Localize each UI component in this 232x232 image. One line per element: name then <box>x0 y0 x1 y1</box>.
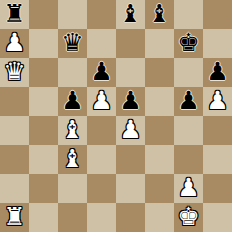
square-f3[interactable] <box>145 145 174 174</box>
square-d8[interactable] <box>87 0 116 29</box>
square-c1[interactable] <box>58 203 87 232</box>
square-g8[interactable] <box>174 0 203 29</box>
square-b3[interactable] <box>29 145 58 174</box>
square-e5[interactable]: ♟ <box>116 87 145 116</box>
square-b8[interactable] <box>29 0 58 29</box>
square-h1[interactable] <box>203 203 232 232</box>
piece-white-bishop[interactable]: ♝ <box>61 144 83 173</box>
piece-black-bishop[interactable]: ♝ <box>119 0 141 28</box>
square-g4[interactable] <box>174 116 203 145</box>
square-f6[interactable] <box>145 58 174 87</box>
square-g6[interactable] <box>174 58 203 87</box>
piece-black-bishop[interactable]: ♝ <box>148 0 170 28</box>
square-d6[interactable]: ♟ <box>87 58 116 87</box>
square-e6[interactable] <box>116 58 145 87</box>
square-e2[interactable] <box>116 174 145 203</box>
square-c5[interactable]: ♟ <box>58 87 87 116</box>
square-b6[interactable] <box>29 58 58 87</box>
square-e8[interactable]: ♝ <box>116 0 145 29</box>
square-g1[interactable]: ♚ <box>174 203 203 232</box>
square-d4[interactable] <box>87 116 116 145</box>
square-a4[interactable] <box>0 116 29 145</box>
square-g2[interactable]: ♟ <box>174 174 203 203</box>
square-e1[interactable] <box>116 203 145 232</box>
square-a8[interactable]: ♜ <box>0 0 29 29</box>
square-b7[interactable] <box>29 29 58 58</box>
square-c7[interactable]: ♛ <box>58 29 87 58</box>
square-f5[interactable] <box>145 87 174 116</box>
square-a6[interactable]: ♛ <box>0 58 29 87</box>
square-e7[interactable] <box>116 29 145 58</box>
square-a3[interactable] <box>0 145 29 174</box>
square-g3[interactable] <box>174 145 203 174</box>
square-b4[interactable] <box>29 116 58 145</box>
square-b5[interactable] <box>29 87 58 116</box>
piece-black-rook[interactable]: ♜ <box>3 0 25 28</box>
piece-white-king[interactable]: ♚ <box>177 202 199 231</box>
piece-black-pawn[interactable]: ♟ <box>177 86 199 115</box>
square-c4[interactable]: ♝ <box>58 116 87 145</box>
square-g7[interactable]: ♚ <box>174 29 203 58</box>
square-f4[interactable] <box>145 116 174 145</box>
square-h8[interactable] <box>203 0 232 29</box>
piece-black-pawn[interactable]: ♟ <box>61 86 83 115</box>
chess-board: ♜♝♝♟♛♚♛♟♟♟♟♟♟♟♝♟♝♟♜♚ <box>0 0 232 232</box>
square-e3[interactable] <box>116 145 145 174</box>
square-d5[interactable]: ♟ <box>87 87 116 116</box>
square-c2[interactable] <box>58 174 87 203</box>
piece-black-king[interactable]: ♚ <box>177 28 199 57</box>
square-a7[interactable]: ♟ <box>0 29 29 58</box>
piece-black-queen[interactable]: ♛ <box>61 28 83 57</box>
piece-white-pawn[interactable]: ♟ <box>90 86 112 115</box>
square-h2[interactable] <box>203 174 232 203</box>
square-d7[interactable] <box>87 29 116 58</box>
square-c3[interactable]: ♝ <box>58 145 87 174</box>
square-c6[interactable] <box>58 58 87 87</box>
piece-white-pawn[interactable]: ♟ <box>177 173 199 202</box>
square-h7[interactable] <box>203 29 232 58</box>
piece-white-pawn[interactable]: ♟ <box>3 28 25 57</box>
piece-white-rook[interactable]: ♜ <box>3 202 25 231</box>
square-f1[interactable] <box>145 203 174 232</box>
piece-black-pawn[interactable]: ♟ <box>206 57 228 86</box>
square-f2[interactable] <box>145 174 174 203</box>
piece-white-pawn[interactable]: ♟ <box>119 115 141 144</box>
square-a1[interactable]: ♜ <box>0 203 29 232</box>
square-f7[interactable] <box>145 29 174 58</box>
square-c8[interactable] <box>58 0 87 29</box>
square-d2[interactable] <box>87 174 116 203</box>
square-b1[interactable] <box>29 203 58 232</box>
square-d1[interactable] <box>87 203 116 232</box>
piece-white-pawn[interactable]: ♟ <box>206 86 228 115</box>
piece-white-queen[interactable]: ♛ <box>3 57 25 86</box>
square-h4[interactable] <box>203 116 232 145</box>
piece-white-bishop[interactable]: ♝ <box>61 115 83 144</box>
square-d3[interactable] <box>87 145 116 174</box>
square-h6[interactable]: ♟ <box>203 58 232 87</box>
piece-black-pawn[interactable]: ♟ <box>119 86 141 115</box>
square-h5[interactable]: ♟ <box>203 87 232 116</box>
square-a5[interactable] <box>0 87 29 116</box>
piece-black-pawn[interactable]: ♟ <box>90 57 112 86</box>
square-b2[interactable] <box>29 174 58 203</box>
square-a2[interactable] <box>0 174 29 203</box>
square-g5[interactable]: ♟ <box>174 87 203 116</box>
square-e4[interactable]: ♟ <box>116 116 145 145</box>
square-f8[interactable]: ♝ <box>145 0 174 29</box>
square-h3[interactable] <box>203 145 232 174</box>
